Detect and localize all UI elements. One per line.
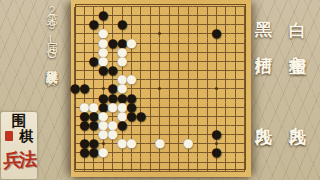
board-cell xyxy=(202,103,211,112)
board-cell xyxy=(193,11,202,20)
black-stone: ● xyxy=(212,130,221,139)
board-cell xyxy=(202,57,211,66)
board-cell xyxy=(165,39,174,48)
board-cell xyxy=(193,139,202,148)
board-cell xyxy=(183,2,192,11)
board-cell xyxy=(240,57,249,66)
board-cell xyxy=(127,11,136,20)
board-cell xyxy=(155,112,164,121)
black-stone: ● xyxy=(117,20,126,29)
board-cell xyxy=(231,158,240,167)
board-cell xyxy=(240,48,249,57)
board-cell xyxy=(155,167,164,176)
white-player-name: 卞相壹 xyxy=(287,42,307,45)
board-cell xyxy=(193,103,202,112)
board-cell: ● xyxy=(117,121,126,130)
board-cell: ● xyxy=(127,39,136,48)
white-stone: ● xyxy=(127,39,136,48)
board-cell xyxy=(174,57,183,66)
board-cell xyxy=(136,39,145,48)
board-cell xyxy=(221,57,230,66)
board-cell: ● xyxy=(212,130,221,139)
board-cell xyxy=(183,11,192,20)
board-cell xyxy=(183,66,192,75)
board-cell xyxy=(221,167,230,176)
board-cell xyxy=(231,130,240,139)
board-cell xyxy=(221,121,230,130)
board-cell xyxy=(202,75,211,84)
board-cell xyxy=(80,2,89,11)
board-cell xyxy=(174,66,183,75)
board-cell xyxy=(221,112,230,121)
board-cell xyxy=(240,103,249,112)
board-cell xyxy=(146,39,155,48)
board-cell xyxy=(174,20,183,29)
broadcast-frame: 第29届LG杯世界棋王战决赛三 围 棋 兵法 ●●●●●●●●●●●●●●●●●… xyxy=(0,0,320,180)
board-cell: ● xyxy=(127,75,136,84)
board-cell xyxy=(240,11,249,20)
board-cell xyxy=(174,84,183,93)
board-cell xyxy=(193,66,202,75)
board-cell xyxy=(146,112,155,121)
board-cell xyxy=(202,84,211,93)
board-cell xyxy=(183,167,192,176)
board-cell xyxy=(146,148,155,157)
board-cell xyxy=(231,66,240,75)
board-cell xyxy=(80,29,89,38)
board-cell xyxy=(136,48,145,57)
board-cell xyxy=(183,121,192,130)
board-cell xyxy=(165,93,174,102)
board-cell xyxy=(146,93,155,102)
board-cell xyxy=(240,20,249,29)
board-cell xyxy=(240,121,249,130)
board-cell xyxy=(146,158,155,167)
board-cell xyxy=(108,2,117,11)
board-cell: ● xyxy=(127,139,136,148)
board-cell xyxy=(146,11,155,20)
board-cell xyxy=(136,148,145,157)
logo-calligraphy: 兵法 xyxy=(1,144,37,176)
board-cell xyxy=(117,158,126,167)
board-cell xyxy=(193,29,202,38)
board-cell xyxy=(127,57,136,66)
board-cell xyxy=(80,66,89,75)
board-cell xyxy=(193,112,202,121)
board-cell xyxy=(80,39,89,48)
board-cell xyxy=(155,11,164,20)
board-cell xyxy=(183,84,192,93)
board-cell xyxy=(146,29,155,38)
board-cell xyxy=(212,112,221,121)
board-cell xyxy=(212,75,221,84)
board-cell xyxy=(202,66,211,75)
board-cell xyxy=(193,93,202,102)
board-cell xyxy=(117,2,126,11)
board-cell xyxy=(70,20,79,29)
board-cell xyxy=(174,39,183,48)
board-cell xyxy=(221,93,230,102)
board-cell xyxy=(155,57,164,66)
board-cell xyxy=(221,11,230,20)
board-cell xyxy=(202,11,211,20)
board-cell xyxy=(202,167,211,176)
board-cell xyxy=(127,20,136,29)
board-cell xyxy=(221,148,230,157)
board-cell xyxy=(240,29,249,38)
board-cell xyxy=(183,57,192,66)
board-cell xyxy=(183,29,192,38)
board-cell xyxy=(221,20,230,29)
board-cell xyxy=(165,75,174,84)
board-cell xyxy=(202,112,211,121)
board-cell xyxy=(231,167,240,176)
board-cell xyxy=(80,167,89,176)
white-player-rank: 九段 xyxy=(287,113,307,115)
board-cell: ● xyxy=(136,112,145,121)
board-cell: ● xyxy=(108,66,117,75)
board-cell xyxy=(193,121,202,130)
board-cell xyxy=(183,112,192,121)
board-cell xyxy=(212,57,221,66)
board-cell xyxy=(240,75,249,84)
black-stone: ● xyxy=(136,112,145,121)
board-cell xyxy=(136,66,145,75)
board-cell: ● xyxy=(99,148,108,157)
board-cell xyxy=(174,75,183,84)
board-cell xyxy=(212,93,221,102)
board-cell xyxy=(221,29,230,38)
board-cell xyxy=(155,2,164,11)
board-cell xyxy=(136,11,145,20)
board-cell xyxy=(165,103,174,112)
board-cell: ● xyxy=(212,29,221,38)
board-cell xyxy=(193,2,202,11)
board-cell xyxy=(212,103,221,112)
board-cell xyxy=(155,103,164,112)
goban-grid: ●●●●●●●●●●●●●●●●●●●●●●●●●●●●●●●●●●●●●●●●… xyxy=(70,2,249,176)
board-cell xyxy=(70,29,79,38)
board-cell xyxy=(240,139,249,148)
board-cell xyxy=(231,2,240,11)
board-cell xyxy=(240,148,249,157)
board-cell xyxy=(165,167,174,176)
board-cell xyxy=(212,66,221,75)
board-cell xyxy=(127,158,136,167)
board-cell xyxy=(231,121,240,130)
board-cell: ● xyxy=(155,139,164,148)
board-cell xyxy=(108,158,117,167)
black-stone: ● xyxy=(108,66,117,75)
board-cell xyxy=(136,130,145,139)
board-cell xyxy=(136,2,145,11)
board-cell xyxy=(146,2,155,11)
board-cell xyxy=(221,2,230,11)
board-cell xyxy=(231,139,240,148)
white-stone: ● xyxy=(99,148,108,157)
board-cell xyxy=(240,130,249,139)
board-cell xyxy=(212,2,221,11)
board-cell xyxy=(193,130,202,139)
board-cell xyxy=(174,158,183,167)
board-cell xyxy=(165,148,174,157)
board-cell xyxy=(193,48,202,57)
board-cell xyxy=(202,48,211,57)
white-label: 白 xyxy=(287,8,307,9)
board-cell xyxy=(165,29,174,38)
board-cell xyxy=(155,75,164,84)
board-cell xyxy=(108,167,117,176)
board-cell xyxy=(183,39,192,48)
board-cell xyxy=(183,48,192,57)
board-cell: ● xyxy=(212,148,221,157)
white-stone: ● xyxy=(127,75,136,84)
board-cell xyxy=(155,20,164,29)
board-cell xyxy=(240,93,249,102)
board-cell xyxy=(193,167,202,176)
board-cell xyxy=(80,48,89,57)
board-cell: ● xyxy=(117,57,126,66)
board-cell xyxy=(165,11,174,20)
go-board: ●●●●●●●●●●●●●●●●●●●●●●●●●●●●●●●●●●●●●●●●… xyxy=(71,0,251,177)
white-stone: ● xyxy=(108,130,117,139)
board-cell xyxy=(70,57,79,66)
board-cell xyxy=(183,103,192,112)
logo-char-bottom: 棋 xyxy=(19,129,33,144)
board-cell xyxy=(202,93,211,102)
board-cell xyxy=(212,167,221,176)
board-cell xyxy=(146,57,155,66)
board-cell xyxy=(70,39,79,48)
board-cell xyxy=(146,121,155,130)
board-cell xyxy=(165,158,174,167)
board-cell xyxy=(146,84,155,93)
board-cell xyxy=(240,112,249,121)
board-cell xyxy=(240,84,249,93)
black-player-name: 柯洁 xyxy=(253,42,273,44)
board-cell xyxy=(231,148,240,157)
channel-logo: 围 棋 兵法 xyxy=(1,112,37,179)
board-cell xyxy=(231,29,240,38)
board-cell xyxy=(174,167,183,176)
board-cell xyxy=(202,2,211,11)
board-cell xyxy=(155,93,164,102)
board-cell xyxy=(221,48,230,57)
black-stone: ● xyxy=(99,11,108,20)
board-cell xyxy=(193,39,202,48)
black-stone: ● xyxy=(80,84,89,93)
board-cell xyxy=(174,2,183,11)
board-cell: ● xyxy=(183,139,192,148)
board-cell xyxy=(165,20,174,29)
board-cell xyxy=(70,11,79,20)
board-cell xyxy=(174,93,183,102)
board-cell xyxy=(231,84,240,93)
board-cell xyxy=(136,29,145,38)
board-cell xyxy=(240,66,249,75)
board-cell xyxy=(221,84,230,93)
board-cell xyxy=(165,130,174,139)
board-cell xyxy=(174,48,183,57)
board-cell xyxy=(183,75,192,84)
white-stone: ● xyxy=(155,139,164,148)
logo-char-top: 围 xyxy=(1,113,37,129)
board-cell xyxy=(174,112,183,121)
board-cell xyxy=(155,39,164,48)
board-cell xyxy=(174,103,183,112)
board-cell xyxy=(165,121,174,130)
board-cell xyxy=(155,66,164,75)
board-cell xyxy=(183,158,192,167)
board-cell xyxy=(174,11,183,20)
board-cell xyxy=(136,75,145,84)
board-cell xyxy=(146,75,155,84)
board-cell xyxy=(221,130,230,139)
board-cell xyxy=(231,57,240,66)
board-cell: ● xyxy=(117,20,126,29)
board-cell xyxy=(165,48,174,57)
board-cell xyxy=(108,148,117,157)
board-cell xyxy=(99,167,108,176)
board-cell: ● xyxy=(108,130,117,139)
board-cell xyxy=(136,158,145,167)
board-cell xyxy=(240,2,249,11)
board-cell xyxy=(193,20,202,29)
board-cell xyxy=(146,167,155,176)
board-cell xyxy=(70,167,79,176)
white-stone: ● xyxy=(117,57,126,66)
board-cell xyxy=(70,66,79,75)
board-cell xyxy=(165,139,174,148)
board-cell xyxy=(231,93,240,102)
event-title: 第29届LG杯世界棋王战决赛三 xyxy=(43,4,60,180)
red-seal-icon xyxy=(5,131,13,141)
board-cell xyxy=(165,2,174,11)
board-cell xyxy=(80,11,89,20)
board-cell xyxy=(193,148,202,157)
board-cell xyxy=(155,158,164,167)
board-cell xyxy=(231,103,240,112)
board-cell xyxy=(155,48,164,57)
board-cell xyxy=(146,48,155,57)
board-cell xyxy=(146,130,155,139)
black-stone: ● xyxy=(212,148,221,157)
board-cell xyxy=(146,20,155,29)
black-player-rank: 九段 xyxy=(253,113,273,115)
board-cell xyxy=(231,48,240,57)
board-cell xyxy=(183,20,192,29)
board-cell xyxy=(174,29,183,38)
board-cell xyxy=(174,121,183,130)
board-cell xyxy=(127,2,136,11)
board-cell xyxy=(146,103,155,112)
board-cell xyxy=(70,2,79,11)
board-cell xyxy=(212,48,221,57)
board-cell xyxy=(221,39,230,48)
board-cell xyxy=(183,93,192,102)
board-cell xyxy=(155,121,164,130)
board-cell xyxy=(193,75,202,84)
black-label: 黑 xyxy=(253,8,273,9)
board-cell xyxy=(193,158,202,167)
board-cell xyxy=(136,167,145,176)
board-cell xyxy=(165,66,174,75)
board-cell xyxy=(231,39,240,48)
board-cell xyxy=(221,103,230,112)
black-stone: ● xyxy=(117,121,126,130)
board-cell xyxy=(231,11,240,20)
logo-middle-row: 棋 xyxy=(1,129,37,144)
board-cell xyxy=(136,93,145,102)
board-cell xyxy=(193,84,202,93)
board-cell: ● xyxy=(80,84,89,93)
black-stone: ● xyxy=(212,29,221,38)
board-cell xyxy=(240,167,249,176)
board-cell xyxy=(127,167,136,176)
board-cell xyxy=(108,11,117,20)
board-cell xyxy=(221,139,230,148)
board-cell xyxy=(136,84,145,93)
player-white-column: 白 卞相壹 九段 xyxy=(287,0,307,180)
board-cell xyxy=(70,48,79,57)
board-cell xyxy=(193,57,202,66)
board-cell xyxy=(221,66,230,75)
white-stone: ● xyxy=(127,139,136,148)
board-cell xyxy=(221,158,230,167)
board-cell xyxy=(136,57,145,66)
player-black-column: 黑 柯洁 九段 xyxy=(253,0,273,180)
board-cell: ● xyxy=(99,11,108,20)
board-cell xyxy=(89,167,98,176)
board-cell xyxy=(165,57,174,66)
board-cell xyxy=(240,39,249,48)
board-cell xyxy=(117,167,126,176)
board-cell xyxy=(146,66,155,75)
board-cell xyxy=(136,20,145,29)
board-cell xyxy=(212,11,221,20)
board-cell xyxy=(231,75,240,84)
white-stone: ● xyxy=(183,139,192,148)
board-cell xyxy=(165,112,174,121)
board-cell xyxy=(136,139,145,148)
board-cell xyxy=(165,84,174,93)
board-cell xyxy=(231,112,240,121)
board-cell xyxy=(231,20,240,29)
board-cell xyxy=(240,158,249,167)
board-cell xyxy=(221,75,230,84)
